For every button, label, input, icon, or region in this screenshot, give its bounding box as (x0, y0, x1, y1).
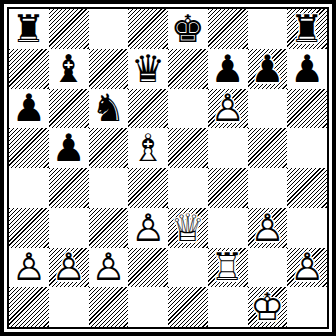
square-f1[interactable] (208, 287, 248, 327)
square-c8[interactable] (89, 9, 129, 49)
square-g4[interactable] (248, 168, 288, 208)
square-e1[interactable] (168, 287, 208, 327)
square-b1[interactable] (49, 287, 89, 327)
square-g8[interactable] (248, 9, 288, 49)
piece-black-pawn: ♟ (52, 129, 86, 167)
square-h2[interactable]: ♟♙ (287, 248, 327, 288)
piece-black-pawn: ♟ (250, 50, 284, 88)
piece-black-pawn: ♟ (12, 89, 46, 127)
square-h3[interactable] (287, 208, 327, 248)
square-e7[interactable] (168, 49, 208, 89)
piece-black-rook: ♜ (290, 10, 324, 48)
square-f6[interactable]: ♟♙ (208, 89, 248, 129)
square-d8[interactable] (128, 9, 168, 49)
square-b2[interactable]: ♟♙ (49, 248, 89, 288)
piece-white-pawn: ♟♙ (290, 248, 324, 286)
square-b8[interactable] (49, 9, 89, 49)
piece-white-pawn: ♟♙ (250, 209, 284, 247)
square-g5[interactable] (248, 128, 288, 168)
square-c5[interactable] (89, 128, 129, 168)
piece-black-pawn: ♟ (290, 50, 324, 88)
square-a5[interactable] (9, 128, 49, 168)
square-a7[interactable] (9, 49, 49, 89)
square-a8[interactable]: ♜ (9, 9, 49, 49)
piece-white-bishop: ♝♗ (131, 129, 165, 167)
chessboard: ♜♚♜♝♛♟♟♟♟♞♟♙♟♝♗♟♙♛♕♟♙♟♙♟♙♟♙♜♖♟♙♚♔ (9, 9, 327, 327)
square-a3[interactable] (9, 208, 49, 248)
square-h1[interactable] (287, 287, 327, 327)
square-e2[interactable] (168, 248, 208, 288)
square-c3[interactable] (89, 208, 129, 248)
square-g7[interactable]: ♟ (248, 49, 288, 89)
square-d6[interactable] (128, 89, 168, 129)
piece-black-king: ♚ (171, 10, 205, 48)
piece-white-pawn: ♟♙ (91, 248, 125, 286)
square-f2[interactable]: ♜♖ (208, 248, 248, 288)
square-e8[interactable]: ♚ (168, 9, 208, 49)
square-e3[interactable]: ♛♕ (168, 208, 208, 248)
square-d1[interactable] (128, 287, 168, 327)
square-e5[interactable] (168, 128, 208, 168)
piece-black-queen: ♛ (131, 50, 165, 88)
square-a4[interactable] (9, 168, 49, 208)
square-b3[interactable] (49, 208, 89, 248)
square-g1[interactable]: ♚♔ (248, 287, 288, 327)
chess-diagram: ♜♚♜♝♛♟♟♟♟♞♟♙♟♝♗♟♙♛♕♟♙♟♙♟♙♟♙♜♖♟♙♚♔ (0, 0, 336, 336)
square-g2[interactable] (248, 248, 288, 288)
square-f8[interactable] (208, 9, 248, 49)
square-d3[interactable]: ♟♙ (128, 208, 168, 248)
square-d5[interactable]: ♝♗ (128, 128, 168, 168)
piece-black-knight: ♞ (91, 89, 125, 127)
square-b7[interactable]: ♝ (49, 49, 89, 89)
piece-white-pawn: ♟♙ (211, 89, 245, 127)
piece-white-pawn: ♟♙ (12, 248, 46, 286)
square-f5[interactable] (208, 128, 248, 168)
square-g3[interactable]: ♟♙ (248, 208, 288, 248)
square-f7[interactable]: ♟ (208, 49, 248, 89)
square-g6[interactable] (248, 89, 288, 129)
square-e4[interactable] (168, 168, 208, 208)
square-c2[interactable]: ♟♙ (89, 248, 129, 288)
square-h8[interactable]: ♜ (287, 9, 327, 49)
board-frame: ♜♚♜♝♛♟♟♟♟♞♟♙♟♝♗♟♙♛♕♟♙♟♙♟♙♟♙♜♖♟♙♚♔ (7, 7, 329, 329)
square-c4[interactable] (89, 168, 129, 208)
square-a2[interactable]: ♟♙ (9, 248, 49, 288)
piece-white-pawn: ♟♙ (52, 248, 86, 286)
piece-black-rook: ♜ (12, 10, 46, 48)
square-f3[interactable] (208, 208, 248, 248)
square-b5[interactable]: ♟ (49, 128, 89, 168)
piece-white-pawn: ♟♙ (131, 209, 165, 247)
square-d2[interactable] (128, 248, 168, 288)
square-a6[interactable]: ♟ (9, 89, 49, 129)
square-f4[interactable] (208, 168, 248, 208)
square-e6[interactable] (168, 89, 208, 129)
piece-white-queen: ♛♕ (171, 209, 205, 247)
square-c6[interactable]: ♞ (89, 89, 129, 129)
square-h5[interactable] (287, 128, 327, 168)
square-c7[interactable] (89, 49, 129, 89)
square-d7[interactable]: ♛ (128, 49, 168, 89)
square-c1[interactable] (89, 287, 129, 327)
piece-white-king: ♚♔ (250, 288, 284, 326)
square-h7[interactable]: ♟ (287, 49, 327, 89)
square-b4[interactable] (49, 168, 89, 208)
piece-white-rook: ♜♖ (211, 248, 245, 286)
square-b6[interactable] (49, 89, 89, 129)
piece-black-pawn: ♟ (211, 50, 245, 88)
piece-black-bishop: ♝ (52, 50, 86, 88)
square-h6[interactable] (287, 89, 327, 129)
square-h4[interactable] (287, 168, 327, 208)
square-d4[interactable] (128, 168, 168, 208)
square-a1[interactable] (9, 287, 49, 327)
